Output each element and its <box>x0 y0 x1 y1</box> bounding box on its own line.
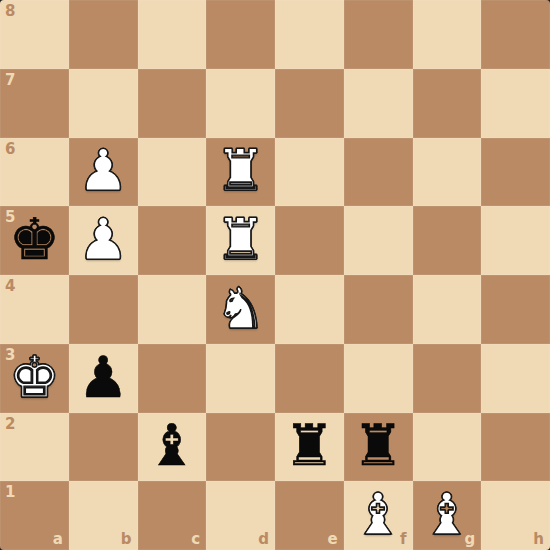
rank-label-7: 7 <box>5 73 15 88</box>
piece-white-rook-d5[interactable]: ♜ <box>215 211 266 268</box>
square-e8[interactable] <box>275 0 344 69</box>
square-f3[interactable] <box>344 344 413 413</box>
rank-label-8: 8 <box>5 4 15 19</box>
square-d8[interactable] <box>206 0 275 69</box>
square-c1[interactable]: c <box>138 481 207 550</box>
square-g8[interactable] <box>413 0 482 69</box>
square-d1[interactable]: d <box>206 481 275 550</box>
square-d6[interactable]: ♜ <box>206 138 275 207</box>
square-c2[interactable]: ♝ <box>138 413 207 482</box>
square-e6[interactable] <box>275 138 344 207</box>
square-d4[interactable]: ♞ <box>206 275 275 344</box>
square-c5[interactable] <box>138 206 207 275</box>
square-f1[interactable]: f♝ <box>344 481 413 550</box>
piece-black-pawn-b3[interactable]: ♟ <box>78 349 129 406</box>
square-b4[interactable] <box>69 275 138 344</box>
file-label-e: e <box>328 532 338 547</box>
piece-white-pawn-b5[interactable]: ♟ <box>78 211 129 268</box>
square-f7[interactable] <box>344 69 413 138</box>
square-h7[interactable] <box>481 69 550 138</box>
rank-label-4: 4 <box>5 279 15 294</box>
square-h6[interactable] <box>481 138 550 207</box>
square-b3[interactable]: ♟ <box>69 344 138 413</box>
square-e1[interactable]: e <box>275 481 344 550</box>
square-a5[interactable]: 5♚ <box>0 206 69 275</box>
square-f8[interactable] <box>344 0 413 69</box>
file-label-h: h <box>533 532 544 547</box>
rank-label-6: 6 <box>5 142 15 157</box>
piece-black-rook-e2[interactable]: ♜ <box>284 417 335 474</box>
square-h4[interactable] <box>481 275 550 344</box>
square-f6[interactable] <box>344 138 413 207</box>
square-g7[interactable] <box>413 69 482 138</box>
square-a8[interactable]: 8 <box>0 0 69 69</box>
square-g4[interactable] <box>413 275 482 344</box>
square-g5[interactable] <box>413 206 482 275</box>
square-a7[interactable]: 7 <box>0 69 69 138</box>
square-d7[interactable] <box>206 69 275 138</box>
piece-white-bishop-g1[interactable]: ♝ <box>421 486 472 543</box>
rank-label-2: 2 <box>5 417 15 432</box>
square-a2[interactable]: 2 <box>0 413 69 482</box>
square-b6[interactable]: ♟ <box>69 138 138 207</box>
square-e5[interactable] <box>275 206 344 275</box>
file-label-a: a <box>53 532 63 547</box>
square-h5[interactable] <box>481 206 550 275</box>
square-c7[interactable] <box>138 69 207 138</box>
piece-white-bishop-f1[interactable]: ♝ <box>353 486 404 543</box>
piece-white-king-a3[interactable]: ♚ <box>9 349 60 406</box>
square-f4[interactable] <box>344 275 413 344</box>
square-h8[interactable] <box>481 0 550 69</box>
piece-black-rook-f2[interactable]: ♜ <box>353 417 404 474</box>
square-b1[interactable]: b <box>69 481 138 550</box>
square-g6[interactable] <box>413 138 482 207</box>
square-a4[interactable]: 4 <box>0 275 69 344</box>
square-e4[interactable] <box>275 275 344 344</box>
square-h3[interactable] <box>481 344 550 413</box>
square-b5[interactable]: ♟ <box>69 206 138 275</box>
square-g3[interactable] <box>413 344 482 413</box>
piece-white-knight-d4[interactable]: ♞ <box>215 280 266 337</box>
square-c3[interactable] <box>138 344 207 413</box>
piece-white-pawn-b6[interactable]: ♟ <box>78 142 129 199</box>
square-b2[interactable] <box>69 413 138 482</box>
square-f5[interactable] <box>344 206 413 275</box>
piece-black-king-a5[interactable]: ♚ <box>9 211 60 268</box>
square-c6[interactable] <box>138 138 207 207</box>
square-f2[interactable]: ♜ <box>344 413 413 482</box>
square-a1[interactable]: 1a <box>0 481 69 550</box>
square-e3[interactable] <box>275 344 344 413</box>
square-b7[interactable] <box>69 69 138 138</box>
square-h1[interactable]: h <box>481 481 550 550</box>
piece-white-rook-d6[interactable]: ♜ <box>215 142 266 199</box>
square-b8[interactable] <box>69 0 138 69</box>
square-h2[interactable] <box>481 413 550 482</box>
square-e2[interactable]: ♜ <box>275 413 344 482</box>
square-e7[interactable] <box>275 69 344 138</box>
rank-label-1: 1 <box>5 485 15 500</box>
square-c8[interactable] <box>138 0 207 69</box>
square-g2[interactable] <box>413 413 482 482</box>
file-label-d: d <box>258 532 269 547</box>
square-g1[interactable]: g♝ <box>413 481 482 550</box>
square-d2[interactable] <box>206 413 275 482</box>
square-c4[interactable] <box>138 275 207 344</box>
square-d3[interactable] <box>206 344 275 413</box>
square-a3[interactable]: 3♚ <box>0 344 69 413</box>
file-label-b: b <box>121 532 132 547</box>
square-d5[interactable]: ♜ <box>206 206 275 275</box>
file-label-c: c <box>191 532 200 547</box>
square-a6[interactable]: 6 <box>0 138 69 207</box>
chess-board: 876♟♜5♚♟♜4♞3♚♟2♝♜♜1abcdef♝g♝h <box>0 0 550 550</box>
piece-black-bishop-c2[interactable]: ♝ <box>146 417 197 474</box>
